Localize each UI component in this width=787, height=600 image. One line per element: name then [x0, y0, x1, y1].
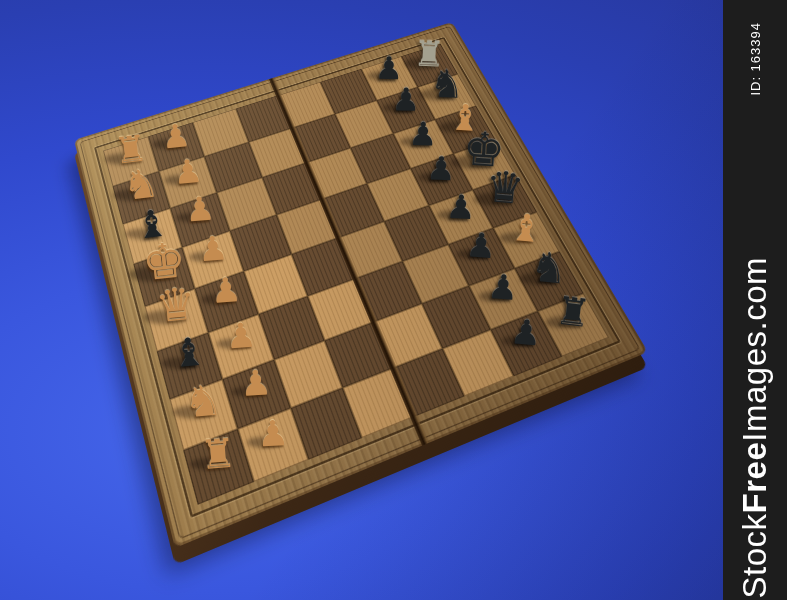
chess-piece-light-pawn: ♟	[184, 192, 216, 227]
chess-piece-dark-bishop: ♝	[170, 333, 208, 375]
chess-piece-dark-pawn: ♟	[408, 117, 438, 150]
stock-photo-scene: ♜♟♟♜♞♟♟♞♝♟♟♝♚♟♟♚♛♟♟♛♝♟♟♝♞♟♟♞♜♟♟♜ ID: 163…	[0, 0, 787, 600]
chess-piece-light-pawn: ♟	[256, 415, 289, 452]
chess-piece-dark-pawn: ♟	[445, 189, 476, 224]
chess-piece-dark-knight: ♞	[528, 246, 569, 291]
chess-piece-dark-pawn: ♟	[486, 270, 519, 306]
chess-piece-dark-rook: ♜	[554, 292, 593, 334]
chess-piece-light-pawn: ♟	[210, 273, 243, 309]
watermark-site-prefix: Stock	[736, 513, 773, 598]
chess-piece-light-pawn: ♟	[172, 155, 204, 190]
watermark-id: ID: 163394	[748, 22, 763, 96]
chess-piece-light-pawn: ♟	[224, 318, 257, 354]
chess-piece-dark-pawn: ♟	[391, 84, 420, 116]
watermark-site-name: StockFreeImages.com	[736, 257, 774, 599]
chess-piece-dark-pawn: ♟	[375, 53, 404, 85]
chess-piece-dark-pawn: ♟	[426, 152, 457, 186]
pieces-layer: ♜♟♟♜♞♟♟♞♝♟♟♝♚♟♟♚♛♟♟♛♝♟♟♝♞♟♟♞♜♟♟♜	[0, 0, 787, 600]
chess-piece-light-queen: ♛	[154, 282, 198, 331]
watermark-sidebar: ID: 163394 StockFreeImages.com	[723, 0, 787, 600]
chess-piece-light-pawn: ♟	[240, 365, 273, 402]
chess-piece-dark-pawn: ♟	[465, 229, 497, 264]
chess-piece-light-pawn: ♟	[196, 231, 229, 267]
chess-piece-light-knight: ♞	[182, 378, 224, 424]
watermark-site-suffix: Images.com	[736, 257, 773, 442]
chess-piece-dark-queen: ♛	[484, 165, 526, 211]
chess-piece-light-rook: ♜	[199, 433, 238, 476]
chess-piece-light-pawn: ♟	[160, 119, 192, 154]
chess-piece-dark-pawn: ♟	[509, 314, 543, 351]
watermark-site-bold: Free	[736, 441, 773, 513]
